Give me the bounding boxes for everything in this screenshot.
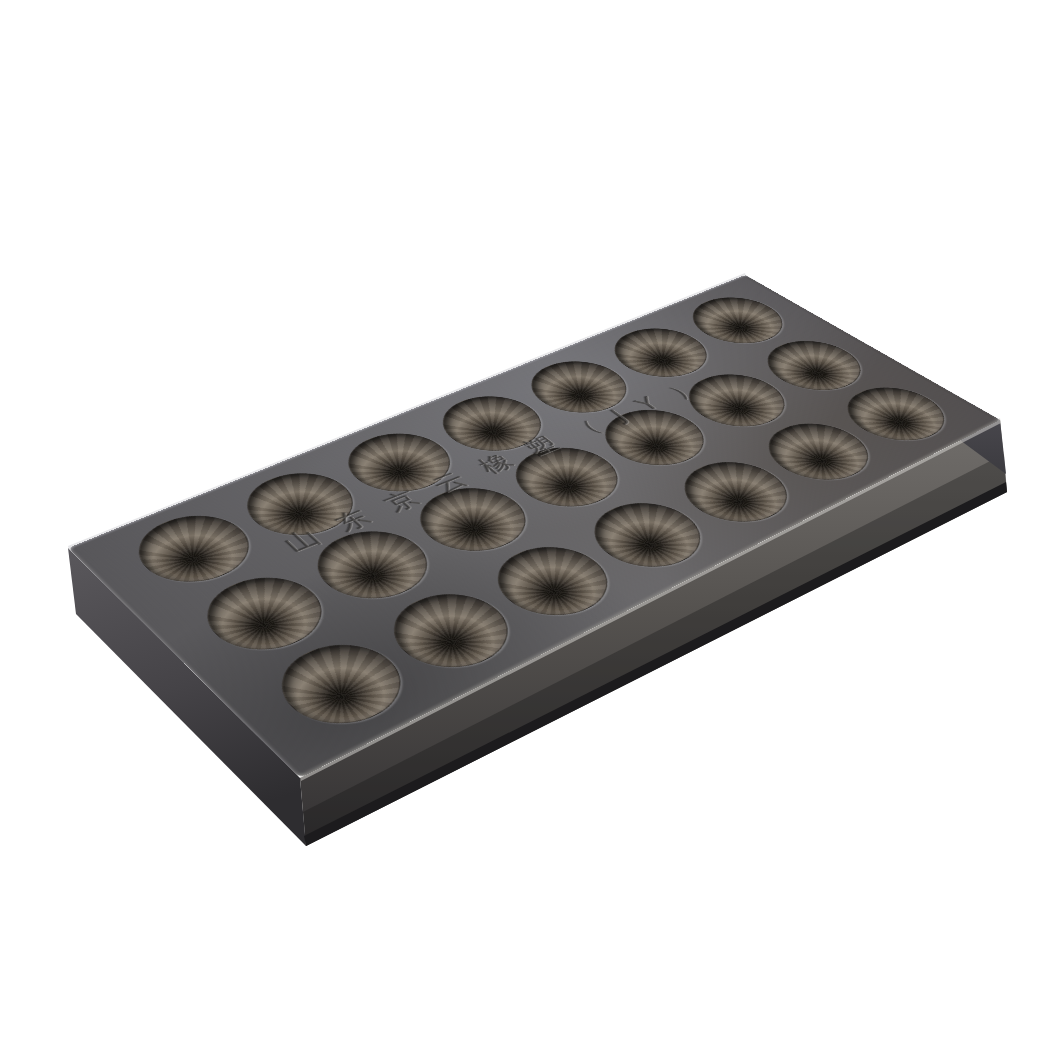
product-photo-stage: 山东京云橡塑（JY） xyxy=(0,0,1060,1060)
